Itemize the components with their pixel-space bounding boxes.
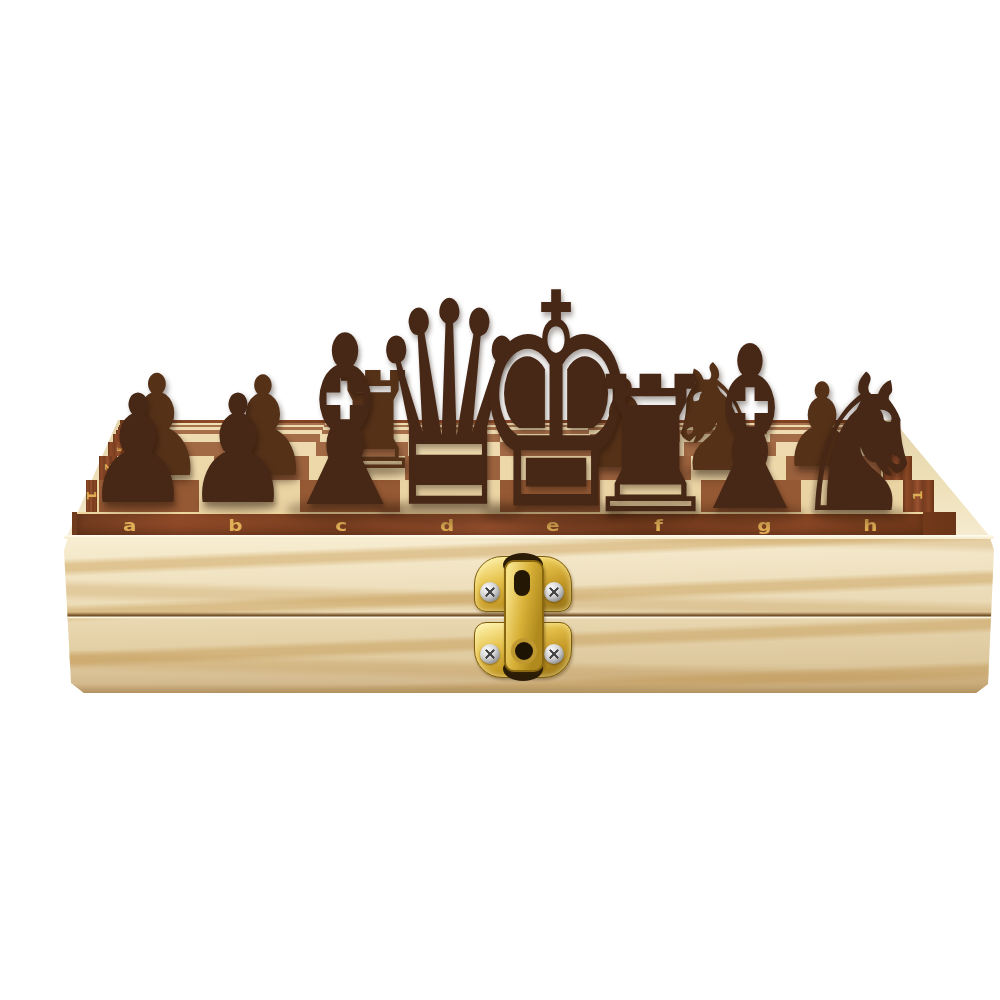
screw-icon — [480, 644, 500, 664]
piece-black-knight-h1[interactable]: ♞ — [789, 350, 934, 540]
latch-hook — [511, 638, 537, 664]
brass-latch-icon — [474, 554, 570, 678]
screw-icon — [544, 644, 564, 664]
screw-icon — [480, 582, 500, 602]
screw-icon — [544, 582, 564, 602]
latch-strap — [504, 560, 544, 672]
latch-slot — [514, 570, 530, 596]
piece-black-pawn-a1[interactable]: ♟ — [84, 375, 192, 525]
product-photo: 11223abcdefgh ♟♟♝♛♚♜♝♞♟♟♜♟♞♟ — [0, 0, 1000, 1000]
